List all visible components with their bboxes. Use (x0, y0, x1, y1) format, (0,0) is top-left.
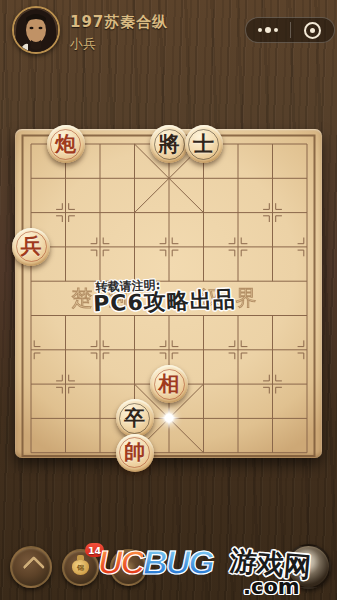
river-char: 河 (109, 286, 130, 310)
piece-red-general[interactable]: 帥 (116, 434, 154, 472)
close-icon (304, 22, 321, 39)
piece-black-general[interactable]: 將 (150, 125, 188, 163)
miniprogram-capsule (245, 17, 335, 43)
avatar (12, 6, 60, 54)
help-icon (121, 561, 137, 575)
money-bag-icon: 锦 (72, 560, 89, 575)
piece-orb-button[interactable] (286, 544, 331, 589)
app-screen: 197苏秦合纵 小兵 楚河汉界 炮將士兵相卒帥 转载请注明: PC6攻略出品 锦… (0, 0, 337, 600)
river-char: 界 (236, 286, 257, 310)
expand-menu-button[interactable] (10, 546, 52, 588)
piece-black-soldier[interactable]: 卒 (116, 399, 154, 437)
portrait-image (14, 8, 58, 52)
piece-black-advisor[interactable]: 士 (185, 125, 223, 163)
close-button[interactable] (291, 18, 335, 42)
help-button[interactable] (110, 549, 147, 586)
piece-red-soldier[interactable]: 兵 (12, 228, 50, 266)
level-title: 197苏秦合纵 (70, 13, 168, 32)
app-header: 197苏秦合纵 小兵 (0, 0, 337, 62)
piece-red-elephant[interactable]: 相 (150, 365, 188, 403)
chevron-up-icon (23, 556, 46, 579)
piece-red-cannon[interactable]: 炮 (47, 125, 85, 163)
river-char: 汉 (201, 286, 222, 310)
more-button[interactable] (246, 18, 290, 42)
rank-label: 小兵 (70, 35, 96, 53)
river-char: 楚 (72, 286, 93, 310)
hint-bag-button[interactable]: 锦 (62, 549, 99, 586)
xiangqi-board[interactable]: 楚河汉界 炮將士兵相卒帥 转载请注明: PC6攻略出品 (15, 129, 322, 458)
move-highlight-sparkle[interactable] (158, 407, 180, 429)
watermark-fragment: 20 (233, 556, 254, 574)
more-icon (258, 27, 278, 33)
